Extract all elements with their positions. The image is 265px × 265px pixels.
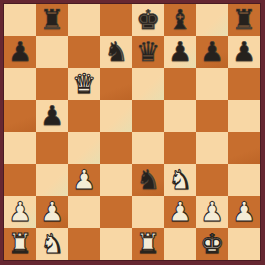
square-g5[interactable] xyxy=(196,100,228,132)
white-knight-b1[interactable]: ♞ xyxy=(40,228,64,260)
white-queen-c6[interactable]: ♛ xyxy=(72,68,96,100)
square-e5[interactable] xyxy=(132,100,164,132)
square-f1[interactable] xyxy=(164,228,196,260)
black-pawn-a7[interactable]: ♟ xyxy=(8,36,32,68)
square-b7[interactable] xyxy=(36,36,68,68)
black-pawn-h7[interactable]: ♟ xyxy=(232,36,256,68)
square-h2[interactable]: ♟ xyxy=(228,196,260,228)
black-rook-h8[interactable]: ♜ xyxy=(232,4,256,36)
white-rook-e1[interactable]: ♜ xyxy=(136,228,160,260)
square-b8[interactable]: ♜ xyxy=(36,4,68,36)
square-a1[interactable]: ♜ xyxy=(4,228,36,260)
square-b3[interactable] xyxy=(36,164,68,196)
white-pawn-f2[interactable]: ♟ xyxy=(168,196,192,228)
white-knight-f3[interactable]: ♞ xyxy=(168,164,192,196)
square-h1[interactable] xyxy=(228,228,260,260)
square-f6[interactable] xyxy=(164,68,196,100)
square-a5[interactable] xyxy=(4,100,36,132)
black-pawn-b5[interactable]: ♟ xyxy=(40,100,64,132)
white-king-g1[interactable]: ♚ xyxy=(200,228,224,260)
square-c1[interactable] xyxy=(68,228,100,260)
square-d1[interactable] xyxy=(100,228,132,260)
square-g6[interactable] xyxy=(196,68,228,100)
square-a7[interactable]: ♟ xyxy=(4,36,36,68)
white-pawn-b2[interactable]: ♟ xyxy=(40,196,64,228)
square-e7[interactable]: ♛ xyxy=(132,36,164,68)
square-f3[interactable]: ♞ xyxy=(164,164,196,196)
square-h7[interactable]: ♟ xyxy=(228,36,260,68)
square-d7[interactable]: ♞ xyxy=(100,36,132,68)
board-frame: ♜♚♝♜♟♞♛♟♟♟♛♟♟♞♞♟♟♟♟♟♜♞♜♚ xyxy=(0,0,265,265)
white-pawn-h2[interactable]: ♟ xyxy=(232,196,256,228)
square-a4[interactable] xyxy=(4,132,36,164)
square-c8[interactable] xyxy=(68,4,100,36)
square-h6[interactable] xyxy=(228,68,260,100)
white-pawn-g2[interactable]: ♟ xyxy=(200,196,224,228)
square-g1[interactable]: ♚ xyxy=(196,228,228,260)
square-d8[interactable] xyxy=(100,4,132,36)
square-e6[interactable] xyxy=(132,68,164,100)
square-h4[interactable] xyxy=(228,132,260,164)
square-f8[interactable]: ♝ xyxy=(164,4,196,36)
square-a6[interactable] xyxy=(4,68,36,100)
chess-board: ♜♚♝♜♟♞♛♟♟♟♛♟♟♞♞♟♟♟♟♟♜♞♜♚ xyxy=(4,4,260,260)
square-h3[interactable] xyxy=(228,164,260,196)
square-c3[interactable]: ♟ xyxy=(68,164,100,196)
square-e2[interactable] xyxy=(132,196,164,228)
square-d6[interactable] xyxy=(100,68,132,100)
white-rook-a1[interactable]: ♜ xyxy=(8,228,32,260)
square-g7[interactable]: ♟ xyxy=(196,36,228,68)
square-e3[interactable]: ♞ xyxy=(132,164,164,196)
square-b4[interactable] xyxy=(36,132,68,164)
black-king-e8[interactable]: ♚ xyxy=(136,4,160,36)
black-knight-e3[interactable]: ♞ xyxy=(136,164,160,196)
square-c7[interactable] xyxy=(68,36,100,68)
black-knight-d7[interactable]: ♞ xyxy=(104,36,128,68)
black-pawn-f7[interactable]: ♟ xyxy=(168,36,192,68)
square-f7[interactable]: ♟ xyxy=(164,36,196,68)
square-a8[interactable] xyxy=(4,4,36,36)
square-g2[interactable]: ♟ xyxy=(196,196,228,228)
square-a2[interactable]: ♟ xyxy=(4,196,36,228)
square-d3[interactable] xyxy=(100,164,132,196)
square-c6[interactable]: ♛ xyxy=(68,68,100,100)
black-pawn-g7[interactable]: ♟ xyxy=(200,36,224,68)
black-queen-e7[interactable]: ♛ xyxy=(136,36,160,68)
square-g3[interactable] xyxy=(196,164,228,196)
square-g8[interactable] xyxy=(196,4,228,36)
square-f4[interactable] xyxy=(164,132,196,164)
square-f5[interactable] xyxy=(164,100,196,132)
square-e1[interactable]: ♜ xyxy=(132,228,164,260)
white-pawn-a2[interactable]: ♟ xyxy=(8,196,32,228)
square-d5[interactable] xyxy=(100,100,132,132)
square-f2[interactable]: ♟ xyxy=(164,196,196,228)
square-h5[interactable] xyxy=(228,100,260,132)
square-b6[interactable] xyxy=(36,68,68,100)
square-h8[interactable]: ♜ xyxy=(228,4,260,36)
square-d4[interactable] xyxy=(100,132,132,164)
square-b1[interactable]: ♞ xyxy=(36,228,68,260)
black-rook-b8[interactable]: ♜ xyxy=(40,4,64,36)
square-b2[interactable]: ♟ xyxy=(36,196,68,228)
square-b5[interactable]: ♟ xyxy=(36,100,68,132)
square-c2[interactable] xyxy=(68,196,100,228)
white-pawn-c3[interactable]: ♟ xyxy=(72,164,96,196)
square-g4[interactable] xyxy=(196,132,228,164)
square-a3[interactable] xyxy=(4,164,36,196)
square-e4[interactable] xyxy=(132,132,164,164)
square-d2[interactable] xyxy=(100,196,132,228)
square-e8[interactable]: ♚ xyxy=(132,4,164,36)
square-c5[interactable] xyxy=(68,100,100,132)
black-bishop-f8[interactable]: ♝ xyxy=(168,4,192,36)
square-c4[interactable] xyxy=(68,132,100,164)
